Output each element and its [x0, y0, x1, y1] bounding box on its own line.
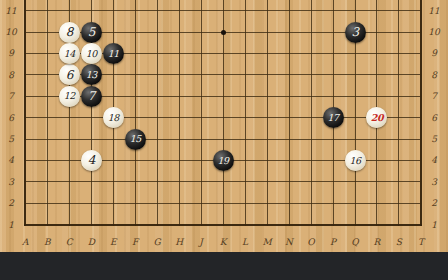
go-board[interactable]: 11111010998877665544332211ABCDEFGHJKLMNO… — [0, 0, 448, 252]
grid-line-row-3 — [24, 181, 422, 182]
col-label-N: N — [281, 236, 297, 248]
grid-line-col-F — [135, 0, 136, 226]
col-label-K: K — [215, 236, 231, 248]
bottom-bar — [0, 252, 448, 280]
grid-line-col-G — [157, 0, 158, 226]
stone-black-15: 15 — [125, 129, 146, 150]
grid-line-col-T — [420, 0, 422, 226]
row-label-left-9: 9 — [2, 47, 20, 59]
stone-move-number: 13 — [86, 70, 97, 80]
row-label-left-6: 6 — [2, 112, 20, 124]
col-label-H: H — [171, 236, 187, 248]
stone-move-number: 16 — [349, 156, 360, 166]
col-label-E: E — [105, 236, 121, 248]
row-label-left-7: 7 — [2, 90, 20, 102]
grid-line-row-2 — [24, 203, 422, 204]
grid-line-col-J — [201, 0, 202, 226]
row-label-right-3: 3 — [425, 176, 443, 188]
col-label-D: D — [83, 236, 99, 248]
row-label-right-4: 4 — [425, 154, 443, 166]
col-label-J: J — [193, 236, 209, 248]
grid-line-row-6 — [24, 117, 422, 118]
col-label-Q: Q — [347, 236, 363, 248]
stone-black-19: 19 — [213, 150, 234, 171]
stone-move-number: 6 — [66, 69, 73, 81]
stone-move-number: 20 — [371, 113, 383, 123]
stone-white-18: 18 — [103, 107, 124, 128]
stone-black-5: 5 — [81, 22, 102, 43]
col-label-S: S — [391, 236, 407, 248]
col-label-F: F — [127, 236, 143, 248]
col-label-P: P — [325, 236, 341, 248]
stone-white-10: 10 — [81, 43, 102, 64]
row-label-right-5: 5 — [425, 133, 443, 145]
row-label-left-3: 3 — [2, 176, 20, 188]
stone-black-13: 13 — [81, 64, 102, 85]
grid-line-col-S — [398, 0, 399, 226]
stone-move-number: 5 — [88, 26, 95, 38]
grid-line-col-H — [179, 0, 180, 226]
stone-white-16: 16 — [345, 150, 366, 171]
row-label-left-8: 8 — [2, 69, 20, 81]
grid-line-row-5 — [24, 139, 422, 140]
col-label-A: A — [17, 236, 33, 248]
row-label-left-1: 1 — [2, 219, 20, 231]
stone-white-20: 20 — [366, 107, 387, 128]
col-label-L: L — [237, 236, 253, 248]
stone-white-4: 4 — [81, 150, 102, 171]
col-label-G: G — [149, 236, 165, 248]
star-point-K10 — [221, 30, 226, 35]
stone-move-number: 14 — [64, 49, 75, 59]
col-label-C: C — [61, 236, 77, 248]
stone-white-8: 8 — [59, 22, 80, 43]
stone-move-number: 17 — [327, 113, 338, 123]
stone-move-number: 12 — [64, 91, 75, 101]
grid-line-col-N — [289, 0, 290, 226]
col-label-T: T — [413, 236, 429, 248]
grid-line-col-B — [47, 0, 48, 226]
row-label-left-2: 2 — [2, 197, 20, 209]
row-label-left-4: 4 — [2, 154, 20, 166]
row-label-left-10: 10 — [2, 26, 20, 38]
row-label-right-11: 11 — [425, 5, 443, 17]
col-label-R: R — [369, 236, 385, 248]
stone-move-number: 10 — [86, 49, 97, 59]
stone-move-number: 8 — [66, 26, 73, 38]
row-label-right-8: 8 — [425, 69, 443, 81]
stone-move-number: 7 — [88, 90, 95, 102]
stone-black-3: 3 — [345, 22, 366, 43]
stone-black-17: 17 — [323, 107, 344, 128]
stone-move-number: 15 — [130, 134, 141, 144]
grid-line-row-1 — [24, 224, 422, 226]
stone-move-number: 19 — [218, 156, 229, 166]
stone-black-11: 11 — [103, 43, 124, 64]
stone-white-12: 12 — [59, 86, 80, 107]
col-label-B: B — [39, 236, 55, 248]
col-label-O: O — [303, 236, 319, 248]
row-label-right-1: 1 — [425, 219, 443, 231]
stone-move-number: 11 — [108, 49, 119, 59]
stone-white-6: 6 — [59, 64, 80, 85]
stone-move-number: 4 — [88, 154, 95, 166]
row-label-right-7: 7 — [425, 90, 443, 102]
row-label-right-9: 9 — [425, 47, 443, 59]
row-label-left-5: 5 — [2, 133, 20, 145]
stone-black-7: 7 — [81, 86, 102, 107]
grid-line-col-A — [24, 0, 26, 226]
col-label-M: M — [259, 236, 275, 248]
row-label-right-10: 10 — [425, 26, 443, 38]
grid-line-row-11 — [24, 10, 422, 11]
row-label-right-6: 6 — [425, 112, 443, 124]
row-label-left-11: 11 — [2, 5, 20, 17]
grid-line-col-L — [245, 0, 246, 226]
grid-line-col-M — [267, 0, 268, 226]
row-label-right-2: 2 — [425, 197, 443, 209]
stone-move-number: 3 — [351, 26, 358, 38]
stone-white-14: 14 — [59, 43, 80, 64]
stone-move-number: 18 — [108, 113, 119, 123]
go-app-screen: 11111010998877665544332211ABCDEFGHJKLMNO… — [0, 0, 448, 280]
grid-line-col-O — [311, 0, 312, 226]
